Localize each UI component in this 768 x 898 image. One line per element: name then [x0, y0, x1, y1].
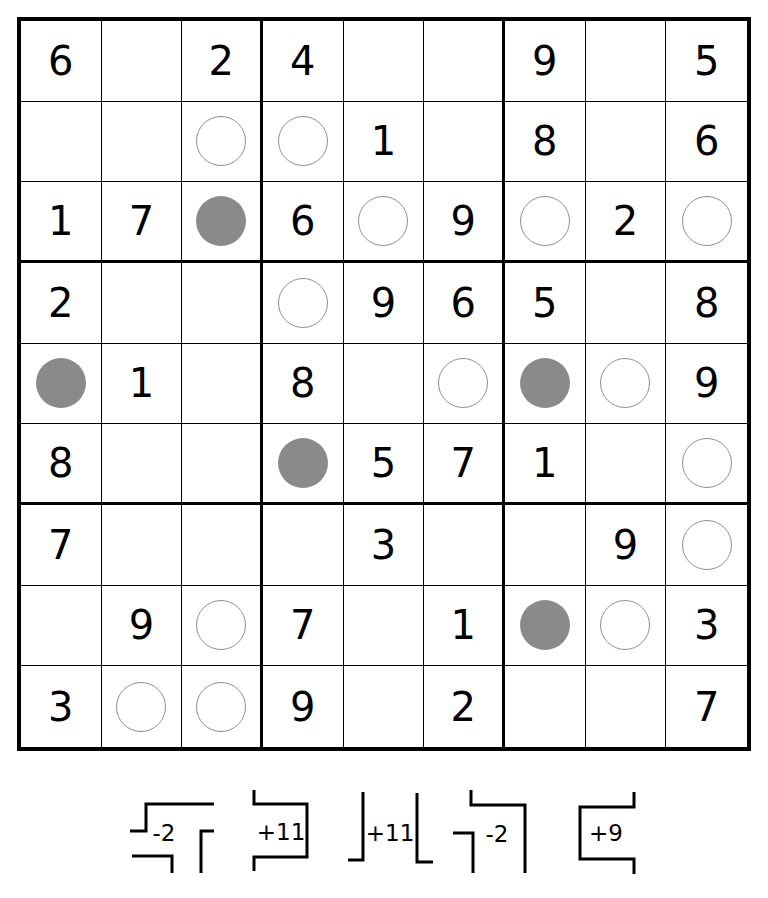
cell-r5c5[interactable]: [344, 344, 425, 425]
given-digit: 7: [290, 605, 315, 645]
cell-r1c2[interactable]: [102, 21, 183, 102]
legend-region-outline-1: [130, 804, 214, 831]
given-digit: 6: [48, 41, 73, 81]
given-digit: 6: [290, 201, 315, 241]
cell-r9c3[interactable]: [182, 666, 263, 747]
given-digit: 6: [694, 121, 719, 161]
given-digit: 9: [450, 201, 475, 241]
given-digit: 6: [450, 283, 475, 323]
cell-r3c2[interactable]: 7: [102, 182, 183, 263]
gray-circle: [278, 438, 328, 488]
cell-r7c8[interactable]: 9: [586, 505, 667, 586]
cell-r5c2[interactable]: 1: [102, 344, 183, 425]
white-circle: [682, 196, 732, 246]
cell-r8c2[interactable]: 9: [102, 586, 183, 667]
cell-r8c3[interactable]: [182, 586, 263, 667]
cell-r1c8[interactable]: [586, 21, 667, 102]
cell-r2c5[interactable]: 1: [344, 102, 425, 183]
legend-region-outline-1: [201, 831, 214, 873]
white-circle: [682, 438, 732, 488]
cell-r5c4[interactable]: 8: [263, 344, 344, 425]
cell-r7c5[interactable]: 3: [344, 505, 425, 586]
cell-r3c5[interactable]: [344, 182, 425, 263]
given-digit: 2: [613, 201, 638, 241]
cell-r9c6[interactable]: 2: [424, 666, 505, 747]
cell-r1c5[interactable]: [344, 21, 425, 102]
cell-r2c4[interactable]: [263, 102, 344, 183]
white-circle: [278, 278, 328, 328]
cell-r9c2[interactable]: [102, 666, 183, 747]
given-digit: 9: [290, 687, 315, 727]
given-digit: 5: [694, 41, 719, 81]
white-circle: [600, 358, 650, 408]
cell-r5c6[interactable]: [424, 344, 505, 425]
white-circle: [600, 600, 650, 650]
given-digit: 8: [290, 363, 315, 403]
cell-r6c9[interactable]: [666, 424, 747, 505]
legend-label-5: +9: [589, 820, 623, 846]
given-digit: 1: [450, 605, 475, 645]
white-circle: [358, 196, 408, 246]
white-circle: [196, 600, 246, 650]
gray-circle: [520, 358, 570, 408]
legend-region-outline-1: [132, 856, 172, 873]
cell-r4c3[interactable]: [182, 263, 263, 344]
cell-r6c1[interactable]: 8: [21, 424, 102, 505]
cell-r5c3[interactable]: [182, 344, 263, 425]
cell-r7c1[interactable]: 7: [21, 505, 102, 586]
cell-r9c7[interactable]: [505, 666, 586, 747]
cell-r3c6[interactable]: 9: [424, 182, 505, 263]
legend-region-outline-3: [417, 793, 433, 862]
cell-r4c6[interactable]: 6: [424, 263, 505, 344]
cell-r1c6[interactable]: [424, 21, 505, 102]
gray-circle: [36, 358, 86, 408]
sudoku-board: 624951861769229658189857173997133927: [17, 17, 751, 751]
given-digit: 1: [129, 363, 154, 403]
cell-r3c8[interactable]: 2: [586, 182, 667, 263]
given-digit: 9: [694, 363, 719, 403]
cell-r8c8[interactable]: [586, 586, 667, 667]
given-digit: 9: [129, 605, 154, 645]
legend-region-outline-4: [453, 833, 473, 873]
cell-r3c4[interactable]: 6: [263, 182, 344, 263]
legend-label-4: -2: [486, 821, 509, 847]
white-circle: [520, 196, 570, 246]
given-digit: 2: [208, 41, 233, 81]
cell-r2c3[interactable]: [182, 102, 263, 183]
given-digit: 3: [694, 605, 719, 645]
white-circle: [438, 358, 488, 408]
cell-r9c1[interactable]: 3: [21, 666, 102, 747]
cell-r2c9[interactable]: 6: [666, 102, 747, 183]
given-digit: 7: [48, 525, 73, 565]
gray-circle: [520, 600, 570, 650]
cell-r4c8[interactable]: [586, 263, 667, 344]
cell-r8c5[interactable]: [344, 586, 425, 667]
cell-r5c1[interactable]: [21, 344, 102, 425]
cell-r9c8[interactable]: [586, 666, 667, 747]
cell-r4c5[interactable]: 9: [344, 263, 425, 344]
cell-r1c1[interactable]: 6: [21, 21, 102, 102]
cell-r5c7[interactable]: [505, 344, 586, 425]
cell-r2c7[interactable]: 8: [505, 102, 586, 183]
cell-r1c4[interactable]: 4: [263, 21, 344, 102]
given-digit: 7: [450, 443, 475, 483]
cell-r8c6[interactable]: 1: [424, 586, 505, 667]
cell-r2c2[interactable]: [102, 102, 183, 183]
cell-r8c7[interactable]: [505, 586, 586, 667]
gray-circle: [196, 196, 246, 246]
cell-r5c9[interactable]: 9: [666, 344, 747, 425]
given-digit: 1: [532, 443, 557, 483]
legend-label-3: +11: [366, 820, 415, 846]
cell-r3c3[interactable]: [182, 182, 263, 263]
cell-r9c4[interactable]: 9: [263, 666, 344, 747]
cell-r9c9[interactable]: 7: [666, 666, 747, 747]
given-digit: 3: [48, 687, 73, 727]
cell-r6c3[interactable]: [182, 424, 263, 505]
cell-r4c7[interactable]: 5: [505, 263, 586, 344]
given-digit: 9: [371, 283, 396, 323]
cell-r7c4[interactable]: [263, 505, 344, 586]
cell-r6c2[interactable]: [102, 424, 183, 505]
legend-label-1: -2: [153, 820, 176, 846]
given-digit: 8: [48, 443, 73, 483]
puzzle-page: { "game": "9x9 sudoku variant with white…: [0, 0, 768, 898]
legend-region-outline-3: [348, 792, 363, 860]
given-digit: 4: [290, 41, 315, 81]
cell-r7c7[interactable]: [505, 505, 586, 586]
legend-region-outline-4: [471, 790, 525, 873]
cell-r6c5[interactable]: 5: [344, 424, 425, 505]
cell-r7c3[interactable]: [182, 505, 263, 586]
cell-r8c9[interactable]: 3: [666, 586, 747, 667]
cell-r3c9[interactable]: [666, 182, 747, 263]
cell-r8c1[interactable]: [21, 586, 102, 667]
cell-r3c7[interactable]: [505, 182, 586, 263]
cell-r1c7[interactable]: 9: [505, 21, 586, 102]
legend-region-outline-5: [580, 792, 634, 874]
given-digit: 1: [371, 121, 396, 161]
white-circle: [196, 682, 246, 732]
given-digit: 1: [48, 201, 73, 241]
cell-r2c6[interactable]: [424, 102, 505, 183]
cell-r2c1[interactable]: [21, 102, 102, 183]
cell-r4c2[interactable]: [102, 263, 183, 344]
cell-r4c4[interactable]: [263, 263, 344, 344]
cell-r2c8[interactable]: [586, 102, 667, 183]
given-digit: 8: [694, 283, 719, 323]
cell-r1c3[interactable]: 2: [182, 21, 263, 102]
cell-r6c8[interactable]: [586, 424, 667, 505]
white-circle: [278, 116, 328, 166]
legend-region-outline-2: [254, 790, 307, 871]
cell-r4c9[interactable]: 8: [666, 263, 747, 344]
cell-r5c8[interactable]: [586, 344, 667, 425]
given-digit: 7: [694, 687, 719, 727]
given-digit: 9: [613, 525, 638, 565]
given-digit: 3: [371, 525, 396, 565]
cell-r6c6[interactable]: 7: [424, 424, 505, 505]
cell-r7c9[interactable]: [666, 505, 747, 586]
cell-r4c1[interactable]: 2: [21, 263, 102, 344]
cell-r6c4[interactable]: [263, 424, 344, 505]
cell-r6c7[interactable]: 1: [505, 424, 586, 505]
cell-r3c1[interactable]: 1: [21, 182, 102, 263]
given-digit: 2: [450, 687, 475, 727]
cell-r7c6[interactable]: [424, 505, 505, 586]
cell-r9c5[interactable]: [344, 666, 425, 747]
white-circle: [116, 682, 166, 732]
cell-r8c4[interactable]: 7: [263, 586, 344, 667]
white-circle: [196, 116, 246, 166]
given-digit: 5: [532, 283, 557, 323]
given-digit: 8: [532, 121, 557, 161]
legend-label-2: +11: [257, 819, 306, 845]
cell-r1c9[interactable]: 5: [666, 21, 747, 102]
given-digit: 5: [371, 443, 396, 483]
given-digit: 9: [532, 41, 557, 81]
given-digit: 7: [129, 201, 154, 241]
given-digit: 2: [48, 283, 73, 323]
white-circle: [682, 520, 732, 570]
cell-r7c2[interactable]: [102, 505, 183, 586]
